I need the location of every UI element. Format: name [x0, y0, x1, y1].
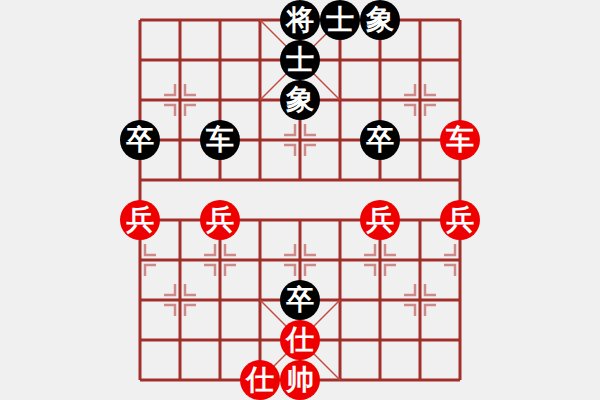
piece-black-elephant[interactable]: 象	[280, 80, 320, 120]
piece-black-general[interactable]: 将	[280, 0, 320, 40]
piece-black-chariot[interactable]: 车	[200, 120, 240, 160]
piece-red-soldier[interactable]: 兵	[360, 200, 400, 240]
piece-red-soldier[interactable]: 兵	[120, 200, 160, 240]
piece-black-elephant[interactable]: 象	[360, 0, 400, 40]
piece-red-general[interactable]: 帅	[280, 360, 320, 400]
xiangqi-board[interactable]: 将士象士象卒车卒车兵兵兵兵卒仕仕帅	[0, 0, 600, 400]
piece-red-soldier[interactable]: 兵	[200, 200, 240, 240]
piece-red-soldier[interactable]: 兵	[440, 200, 480, 240]
piece-red-advisor[interactable]: 仕	[280, 320, 320, 360]
piece-red-chariot[interactable]: 车	[440, 120, 480, 160]
piece-black-soldier[interactable]: 卒	[280, 280, 320, 320]
piece-black-soldier[interactable]: 卒	[120, 120, 160, 160]
piece-layer: 将士象士象卒车卒车兵兵兵兵卒仕仕帅	[120, 0, 480, 400]
screenshot-root: 将士象士象卒车卒车兵兵兵兵卒仕仕帅	[0, 0, 600, 400]
piece-black-advisor[interactable]: 士	[320, 0, 360, 40]
piece-red-advisor[interactable]: 仕	[240, 360, 280, 400]
piece-black-advisor[interactable]: 士	[280, 40, 320, 80]
piece-black-soldier[interactable]: 卒	[360, 120, 400, 160]
